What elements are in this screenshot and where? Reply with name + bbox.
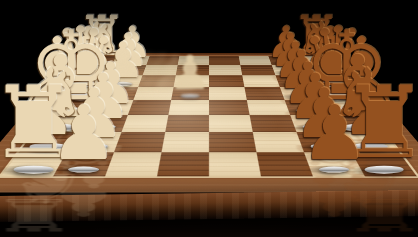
piece-white-pawn-e2: ♟♟ bbox=[85, 55, 136, 112]
pawn-motion-blur-ghost: ♟ bbox=[97, 46, 169, 98]
piece-white-bishop-c1: ♝♝ bbox=[58, 19, 118, 86]
piece-black-queen-d8: ♛♛ bbox=[301, 17, 374, 99]
piece-white-pawn-c2: ♟♟ bbox=[101, 36, 145, 85]
piece-white-knight-g1: ♞♞ bbox=[7, 57, 89, 149]
piece-white-king-e1: ♚♚ bbox=[28, 18, 113, 113]
piece-white-queen-d1: ♛♛ bbox=[44, 17, 117, 99]
piece-black-bishop-f8: ♝♝ bbox=[319, 44, 396, 129]
piece-black-rook-a8: ♜♜ bbox=[291, 9, 341, 64]
pawn-motion-blur-ghost: ♟ bbox=[130, 48, 194, 97]
piece-black-pawn-b7: ♟♟ bbox=[270, 28, 311, 74]
pieces-layer: ♜♜♟♟♜♜♟♟♞♞♟♟♞♞♟♟♝♝♟♟♝♝♟♟♟♟♟♟♟♟♛♛♛♛♟♟♚♚♟♟… bbox=[0, 0, 418, 237]
piece-black-pawn-h7: ♟♟ bbox=[301, 96, 369, 171]
piece-black-pawn-a7: ♟♟ bbox=[266, 21, 305, 64]
piece-white-pawn-f2: ♟♟ bbox=[75, 67, 131, 129]
pawn-motion-blur-ghost: ♟ bbox=[80, 45, 153, 98]
piece-black-pawn-c7: ♟♟ bbox=[273, 36, 317, 85]
pawn-motion-blur-ghost: ♟ bbox=[147, 49, 203, 97]
piece-white-pawn-h2: ♟♟ bbox=[50, 96, 118, 171]
piece-black-rook-h8: ♜♜ bbox=[340, 73, 418, 172]
piece-white-pawn-a2: ♟♟ bbox=[113, 21, 152, 64]
piece-black-pawn-e7: ♟♟ bbox=[282, 55, 333, 112]
piece-white-rook-a1: ♜♜ bbox=[77, 9, 127, 64]
piece-white-pawn-g2: ♟♟ bbox=[63, 80, 124, 148]
pawn-motion-blur-ghost: ♟ bbox=[114, 47, 182, 97]
piece-white-knight-b1: ♞♞ bbox=[68, 14, 122, 75]
piece-black-pawn-d7: ♟♟ bbox=[277, 45, 324, 98]
piece-black-pawn-g7: ♟♟ bbox=[293, 80, 354, 148]
piece-black-knight-b8: ♞♞ bbox=[295, 14, 349, 75]
piece-black-bishop-c8: ♝♝ bbox=[300, 19, 360, 86]
piece-white-bishop-f1: ♝♝ bbox=[22, 44, 99, 129]
piece-black-pawn-f7: ♟♟ bbox=[287, 67, 343, 129]
piece-white-pawn-moving-d4: ♟ bbox=[169, 50, 211, 97]
chess-photo-scene: ♜♜♟♟♜♜♟♟♞♞♟♟♞♞♟♟♝♝♟♟♝♝♟♟♟♟♟♟♟♟♛♛♛♛♟♟♚♚♟♟… bbox=[0, 0, 418, 237]
piece-black-king-e8: ♚♚ bbox=[304, 18, 389, 113]
piece-black-knight-g8: ♞♞ bbox=[329, 57, 411, 149]
piece-white-rook-h1: ♜♜ bbox=[0, 73, 78, 172]
piece-white-pawn-b2: ♟♟ bbox=[107, 28, 148, 74]
